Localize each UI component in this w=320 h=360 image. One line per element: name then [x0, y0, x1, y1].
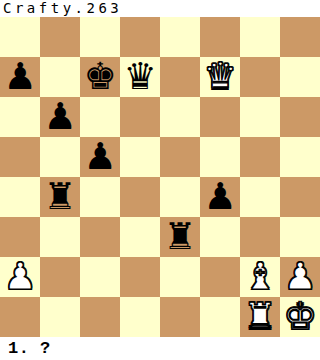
square-b3[interactable] [40, 217, 80, 257]
square-d4[interactable] [120, 177, 160, 217]
square-e6[interactable] [160, 97, 200, 137]
white-pawn-a2[interactable]: ♟ [3, 257, 36, 297]
black-pawn-c5[interactable]: ♟ [83, 137, 116, 177]
square-c3[interactable] [80, 217, 120, 257]
square-b5[interactable] [40, 137, 80, 177]
square-g2[interactable]: ♝ [240, 257, 280, 297]
black-pawn-b6[interactable]: ♟ [43, 97, 76, 137]
square-c2[interactable] [80, 257, 120, 297]
square-a3[interactable] [0, 217, 40, 257]
square-g4[interactable] [240, 177, 280, 217]
white-pawn-h2[interactable]: ♟ [283, 257, 316, 297]
square-d8[interactable] [120, 17, 160, 57]
square-h3[interactable] [280, 217, 320, 257]
square-b4[interactable]: ♜ [40, 177, 80, 217]
square-f8[interactable] [200, 17, 240, 57]
square-a4[interactable] [0, 177, 40, 217]
white-rook-g1[interactable]: ♜ [243, 297, 276, 337]
black-pawn-a7[interactable]: ♟ [3, 57, 36, 97]
square-f3[interactable] [200, 217, 240, 257]
square-c5[interactable]: ♟ [80, 137, 120, 177]
square-b1[interactable] [40, 297, 80, 337]
black-rook-e3[interactable]: ♜ [163, 217, 196, 257]
square-h4[interactable] [280, 177, 320, 217]
square-b2[interactable] [40, 257, 80, 297]
square-c6[interactable] [80, 97, 120, 137]
square-e2[interactable] [160, 257, 200, 297]
square-g1[interactable]: ♜ [240, 297, 280, 337]
square-c7[interactable]: ♚ [80, 57, 120, 97]
white-queen-f7[interactable]: ♛ [203, 57, 236, 97]
square-e1[interactable] [160, 297, 200, 337]
square-a5[interactable] [0, 137, 40, 177]
square-d1[interactable] [120, 297, 160, 337]
white-bishop-g2[interactable]: ♝ [243, 257, 276, 297]
square-d6[interactable] [120, 97, 160, 137]
crafty-window: Crafty.263 ♟♚♛♛♟♟♜♟♜♟♝♟♜♚ 1. ? [0, 0, 320, 360]
black-queen-d7[interactable]: ♛ [123, 57, 156, 97]
square-a8[interactable] [0, 17, 40, 57]
black-pawn-f4[interactable]: ♟ [203, 177, 236, 217]
white-king-h1[interactable]: ♚ [283, 297, 316, 337]
move-prompt: 1. ? [0, 337, 320, 360]
square-a2[interactable]: ♟ [0, 257, 40, 297]
square-f7[interactable]: ♛ [200, 57, 240, 97]
square-e7[interactable] [160, 57, 200, 97]
black-rook-b4[interactable]: ♜ [43, 177, 76, 217]
square-g5[interactable] [240, 137, 280, 177]
black-king-c7[interactable]: ♚ [83, 57, 116, 97]
square-d5[interactable] [120, 137, 160, 177]
window-title: Crafty.263 [0, 0, 320, 17]
square-h7[interactable] [280, 57, 320, 97]
square-g7[interactable] [240, 57, 280, 97]
square-h1[interactable]: ♚ [280, 297, 320, 337]
square-c4[interactable] [80, 177, 120, 217]
square-f2[interactable] [200, 257, 240, 297]
chess-board: ♟♚♛♛♟♟♜♟♜♟♝♟♜♚ [0, 17, 320, 337]
square-h5[interactable] [280, 137, 320, 177]
square-c1[interactable] [80, 297, 120, 337]
square-b8[interactable] [40, 17, 80, 57]
square-c8[interactable] [80, 17, 120, 57]
square-h2[interactable]: ♟ [280, 257, 320, 297]
square-h6[interactable] [280, 97, 320, 137]
square-d2[interactable] [120, 257, 160, 297]
square-g8[interactable] [240, 17, 280, 57]
square-b7[interactable] [40, 57, 80, 97]
square-d3[interactable] [120, 217, 160, 257]
square-b6[interactable]: ♟ [40, 97, 80, 137]
square-a6[interactable] [0, 97, 40, 137]
square-e8[interactable] [160, 17, 200, 57]
square-d7[interactable]: ♛ [120, 57, 160, 97]
square-e5[interactable] [160, 137, 200, 177]
square-f6[interactable] [200, 97, 240, 137]
square-e3[interactable]: ♜ [160, 217, 200, 257]
square-f4[interactable]: ♟ [200, 177, 240, 217]
square-a7[interactable]: ♟ [0, 57, 40, 97]
square-f1[interactable] [200, 297, 240, 337]
square-f5[interactable] [200, 137, 240, 177]
square-g3[interactable] [240, 217, 280, 257]
square-a1[interactable] [0, 297, 40, 337]
square-h8[interactable] [280, 17, 320, 57]
square-e4[interactable] [160, 177, 200, 217]
square-g6[interactable] [240, 97, 280, 137]
